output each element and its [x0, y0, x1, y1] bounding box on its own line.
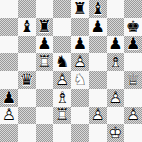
square-e6[interactable]: ♟	[71, 36, 89, 54]
square-g7[interactable]	[107, 18, 125, 36]
square-h2[interactable]: ♟♙	[124, 107, 142, 125]
piece-black-bishop-b7: ♝	[18, 18, 36, 36]
square-d3[interactable]: ♝♗	[53, 89, 71, 107]
piece-white-pawn-h2: ♟♙	[124, 107, 142, 125]
piece-black-queen-b4: ♛	[18, 71, 36, 89]
piece-white-bishop-d3: ♝♗	[53, 89, 71, 107]
square-a8[interactable]	[0, 0, 18, 18]
square-c8[interactable]	[36, 0, 54, 18]
square-a6[interactable]	[0, 36, 18, 54]
square-b3[interactable]	[18, 89, 36, 107]
square-a5[interactable]	[0, 53, 18, 71]
square-e5[interactable]: ♟♙	[71, 53, 89, 71]
piece-white-king-g1: ♚♔	[107, 124, 125, 142]
square-h6[interactable]: ♟	[124, 36, 142, 54]
square-c7[interactable]: ♜	[36, 18, 54, 36]
square-d5[interactable]: ♞	[53, 53, 71, 71]
piece-black-pawn-e6: ♟	[71, 36, 89, 54]
square-g8[interactable]	[107, 0, 125, 18]
piece-white-pawn-g3: ♟♙	[107, 89, 125, 107]
square-d7[interactable]	[53, 18, 71, 36]
square-d2[interactable]: ♜♖	[53, 107, 71, 125]
piece-black-pawn-g6: ♟	[107, 36, 125, 54]
piece-white-pawn-a2: ♟♙	[0, 107, 18, 125]
square-a1[interactable]	[0, 124, 18, 142]
square-h4[interactable]: ♛♕	[124, 71, 142, 89]
piece-white-rook-d2: ♜♖	[53, 107, 71, 125]
square-g2[interactable]	[107, 107, 125, 125]
square-f5[interactable]	[89, 53, 107, 71]
square-b8[interactable]	[18, 0, 36, 18]
piece-black-bishop-f8: ♝	[89, 0, 107, 18]
square-f1[interactable]	[89, 124, 107, 142]
square-c6[interactable]: ♟	[36, 36, 54, 54]
square-h5[interactable]	[124, 53, 142, 71]
square-b6[interactable]	[18, 36, 36, 54]
square-b5[interactable]	[18, 53, 36, 71]
piece-black-rook-c7: ♜	[36, 18, 54, 36]
piece-white-knight-e4: ♞♘	[71, 71, 89, 89]
piece-white-pawn-f2: ♟♙	[89, 107, 107, 125]
square-c1[interactable]	[36, 124, 54, 142]
square-e1[interactable]	[71, 124, 89, 142]
square-b1[interactable]	[18, 124, 36, 142]
square-e2[interactable]	[71, 107, 89, 125]
piece-black-pawn-a3: ♟	[0, 89, 18, 107]
piece-black-rook-e8: ♜	[71, 0, 89, 18]
piece-black-king-h7: ♚	[124, 18, 142, 36]
square-g3[interactable]: ♟♙	[107, 89, 125, 107]
square-e7[interactable]	[71, 18, 89, 36]
square-h3[interactable]	[124, 89, 142, 107]
square-h8[interactable]	[124, 0, 142, 18]
piece-white-pawn-d4: ♟♙	[53, 71, 71, 89]
square-b7[interactable]: ♝	[18, 18, 36, 36]
square-b4[interactable]: ♛	[18, 71, 36, 89]
square-f6[interactable]	[89, 36, 107, 54]
square-f7[interactable]: ♟	[89, 18, 107, 36]
square-h1[interactable]	[124, 124, 142, 142]
square-d6[interactable]	[53, 36, 71, 54]
chess-board: ♜♝♝♜♟♚♟♟♟♟♜♖♞♟♙♝♗♛♟♙♞♘♛♕♟♝♗♟♙♟♙♜♖♟♙♟♙♚♔	[0, 0, 142, 142]
square-h7[interactable]: ♚	[124, 18, 142, 36]
square-e3[interactable]	[71, 89, 89, 107]
piece-black-knight-d5: ♞	[53, 53, 71, 71]
square-f4[interactable]	[89, 71, 107, 89]
square-f8[interactable]: ♝	[89, 0, 107, 18]
piece-black-pawn-c6: ♟	[36, 36, 54, 54]
square-f2[interactable]: ♟♙	[89, 107, 107, 125]
piece-white-rook-c5: ♜♖	[36, 53, 54, 71]
piece-white-bishop-g5: ♝♗	[107, 53, 125, 71]
square-g4[interactable]	[107, 71, 125, 89]
square-c5[interactable]: ♜♖	[36, 53, 54, 71]
square-d8[interactable]	[53, 0, 71, 18]
piece-white-pawn-e5: ♟♙	[71, 53, 89, 71]
square-c4[interactable]	[36, 71, 54, 89]
square-a2[interactable]: ♟♙	[0, 107, 18, 125]
piece-black-pawn-h6: ♟	[124, 36, 142, 54]
chess-board-diagram: ♜♝♝♜♟♚♟♟♟♟♜♖♞♟♙♝♗♛♟♙♞♘♛♕♟♝♗♟♙♟♙♜♖♟♙♟♙♚♔	[0, 0, 142, 142]
square-a4[interactable]	[0, 71, 18, 89]
square-d1[interactable]	[53, 124, 71, 142]
piece-white-queen-h4: ♛♕	[124, 71, 142, 89]
square-a3[interactable]: ♟	[0, 89, 18, 107]
square-d4[interactable]: ♟♙	[53, 71, 71, 89]
square-g6[interactable]: ♟	[107, 36, 125, 54]
square-c3[interactable]	[36, 89, 54, 107]
square-b2[interactable]	[18, 107, 36, 125]
square-a7[interactable]	[0, 18, 18, 36]
square-e8[interactable]: ♜	[71, 0, 89, 18]
square-c2[interactable]	[36, 107, 54, 125]
square-e4[interactable]: ♞♘	[71, 71, 89, 89]
square-g1[interactable]: ♚♔	[107, 124, 125, 142]
piece-black-pawn-f7: ♟	[89, 18, 107, 36]
square-g5[interactable]: ♝♗	[107, 53, 125, 71]
square-f3[interactable]	[89, 89, 107, 107]
